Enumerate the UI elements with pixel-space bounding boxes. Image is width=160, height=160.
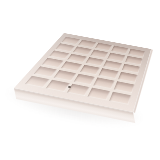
compartment-r6c5	[109, 92, 131, 105]
product-photo	[0, 0, 160, 160]
compartment-r4c3	[79, 65, 100, 75]
compartment-r5c5	[114, 81, 135, 93]
compartment-r5c3	[73, 74, 95, 85]
compartment-r6c4	[88, 88, 111, 101]
compartment-r4c1	[42, 58, 64, 68]
compartment-r5c4	[94, 78, 115, 89]
compartment-r6c2	[46, 80, 70, 92]
compartment-r4c2	[60, 61, 81, 71]
compartment-r4c4	[99, 69, 119, 80]
fabric-speck	[68, 86, 71, 88]
compartment-r5c2	[53, 70, 75, 81]
